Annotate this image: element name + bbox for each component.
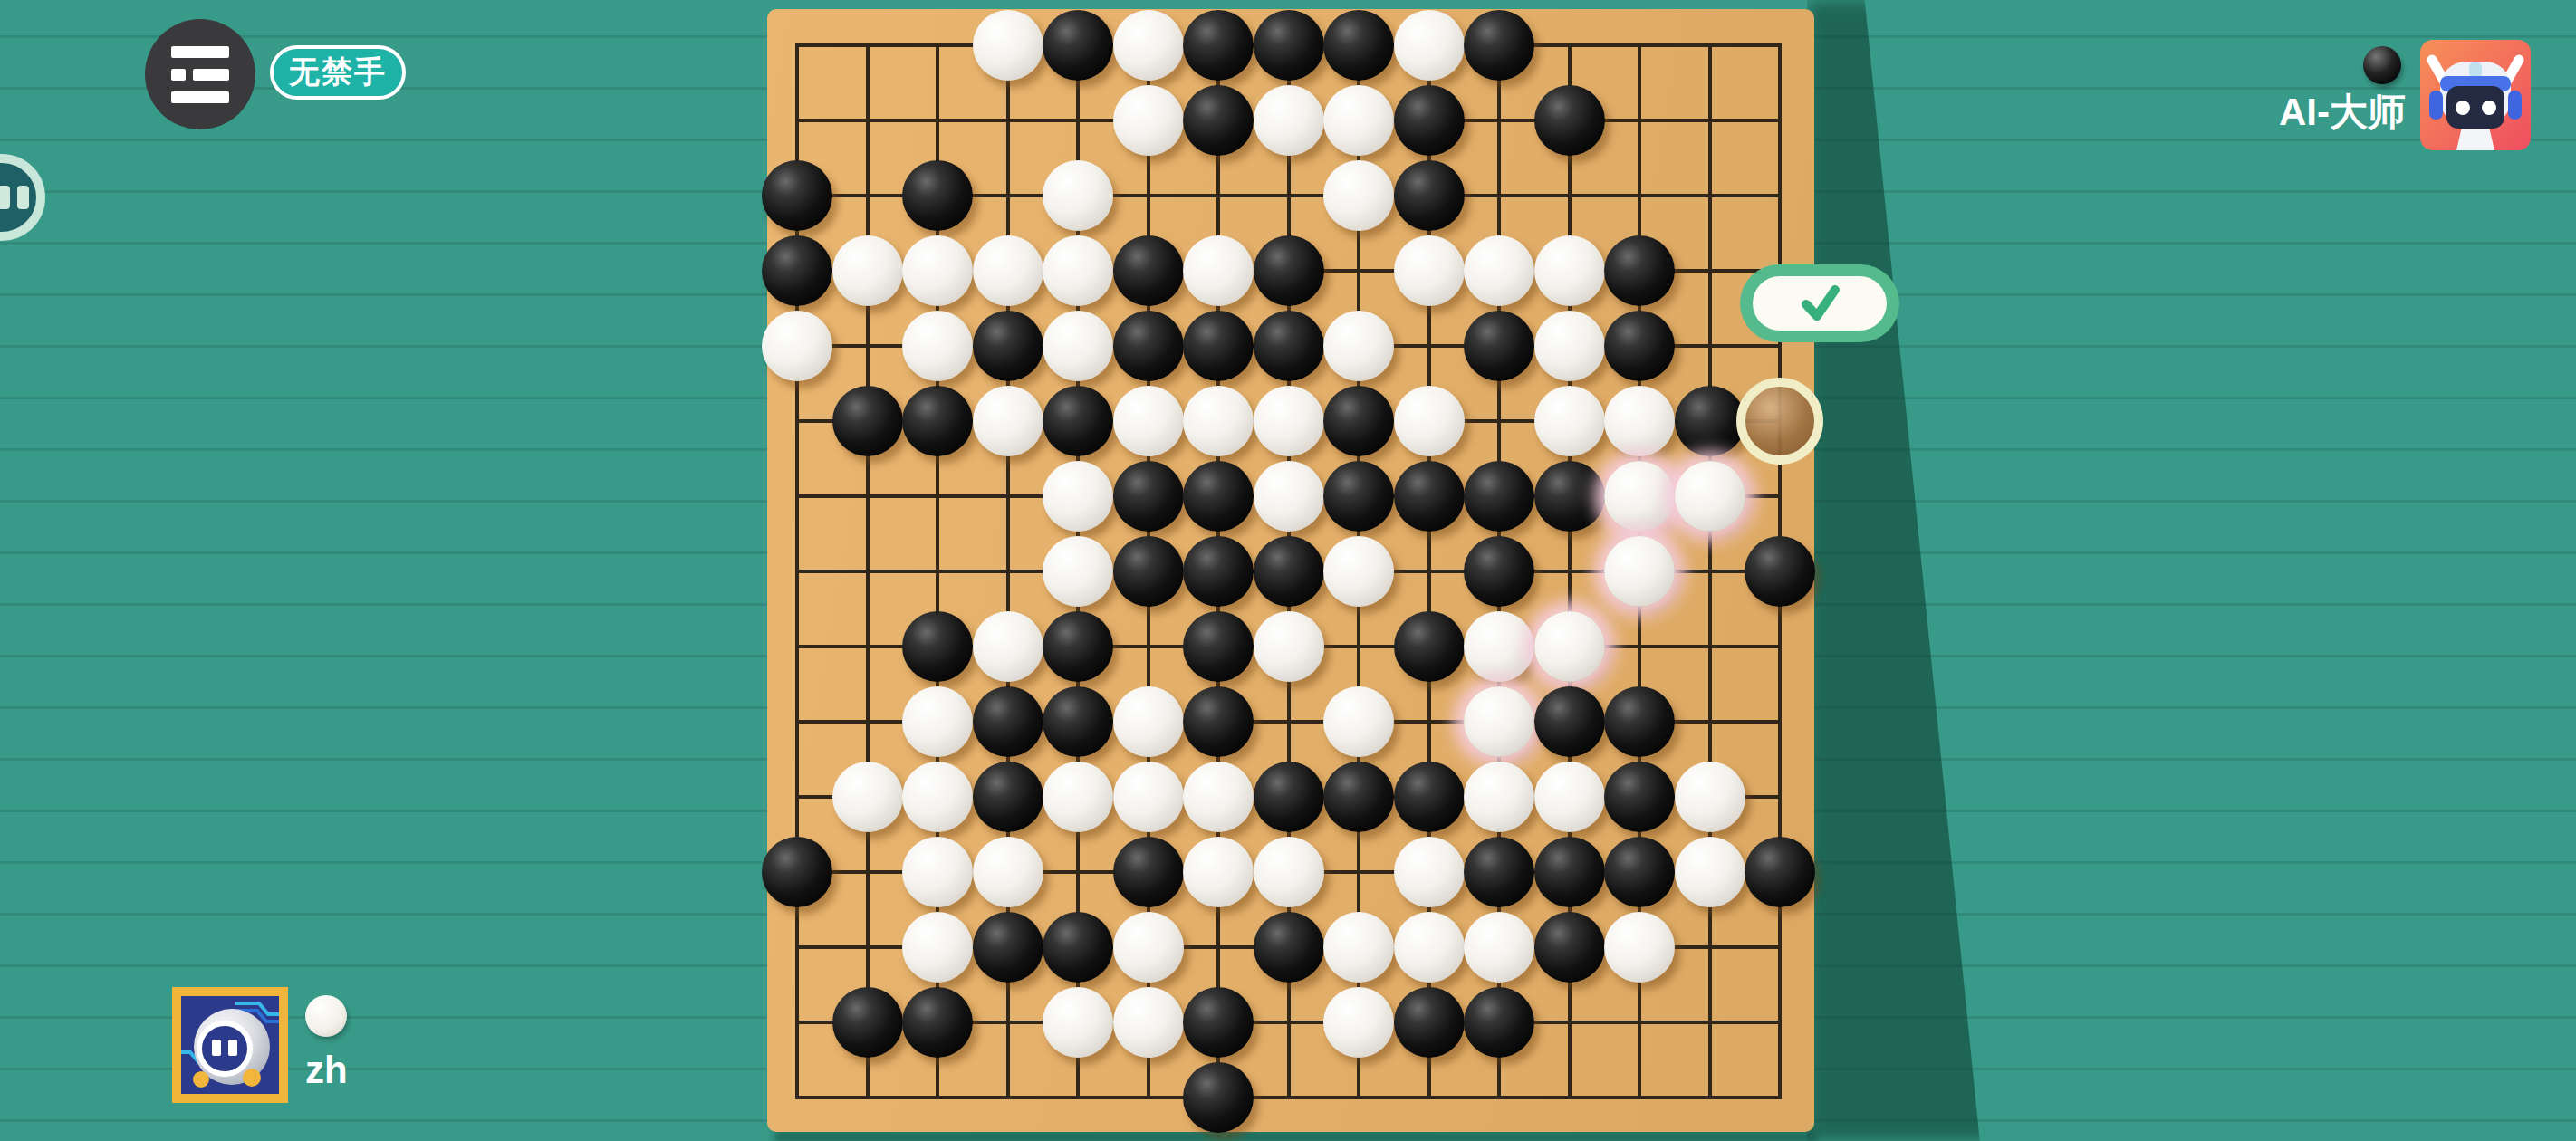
stone-black-9-2 <box>1394 160 1465 231</box>
stone-black-9-8 <box>1394 611 1465 682</box>
stone-white-12-12 <box>1604 912 1675 983</box>
stone-white-8-13 <box>1323 987 1394 1058</box>
stone-white-11-10 <box>1534 762 1605 832</box>
stone-white-4-10 <box>1043 762 1113 832</box>
stone-black-7-4 <box>1254 311 1324 381</box>
stone-white-5-12 <box>1113 912 1184 983</box>
stone-black-6-4 <box>1183 311 1254 381</box>
stone-white-6-11 <box>1183 837 1254 907</box>
player-white-stone-icon <box>305 995 347 1037</box>
stone-black-8-10 <box>1323 762 1394 832</box>
stone-black-7-10 <box>1254 762 1324 832</box>
stone-black-5-7 <box>1113 536 1184 607</box>
stone-white-2-10 <box>902 762 973 832</box>
stone-white-9-5 <box>1394 386 1465 456</box>
stone-black-2-2 <box>902 160 973 231</box>
gomoku-board[interactable] <box>767 9 1814 1132</box>
stone-black-5-3 <box>1113 235 1184 306</box>
stone-black-6-13 <box>1183 987 1254 1058</box>
stone-black-13-5 <box>1675 386 1745 456</box>
stone-black-3-9 <box>973 686 1043 757</box>
player-name: zh <box>305 1049 348 1092</box>
stone-white-9-11 <box>1394 837 1465 907</box>
stone-white-4-2 <box>1043 160 1113 231</box>
stone-white-2-9 <box>902 686 973 757</box>
stone-black-7-7 <box>1254 536 1324 607</box>
confirm-inner-pill <box>1753 276 1887 331</box>
stone-black-9-10 <box>1394 762 1465 832</box>
stone-black-9-13 <box>1394 987 1465 1058</box>
stone-black-9-6 <box>1394 461 1465 532</box>
hamburger-menu-icon <box>171 46 229 58</box>
stone-black-7-3 <box>1254 235 1324 306</box>
stone-black-4-8 <box>1043 611 1113 682</box>
stone-white-2-11 <box>902 837 973 907</box>
grid-line-v <box>1708 43 1712 1099</box>
stone-black-5-4 <box>1113 311 1184 381</box>
stone-black-3-10 <box>973 762 1043 832</box>
menu-button[interactable] <box>145 19 255 129</box>
stone-black-14-7 <box>1745 536 1815 607</box>
stone-white-3-5 <box>973 386 1043 456</box>
stone-black-0-2 <box>762 160 832 231</box>
stone-black-6-6 <box>1183 461 1254 532</box>
opponent-black-stone-icon <box>2363 46 2401 84</box>
stone-black-11-11 <box>1534 837 1605 907</box>
stone-black-2-13 <box>902 987 973 1058</box>
stone-white-10-8 <box>1464 611 1534 682</box>
rule-badge: 无禁手 <box>270 45 406 100</box>
stone-black-14-11 <box>1745 837 1815 907</box>
confirm-move-button[interactable] <box>1740 264 1899 342</box>
stone-white-6-3 <box>1183 235 1254 306</box>
pause-icon <box>0 186 10 209</box>
stone-white-8-4 <box>1323 311 1394 381</box>
stone-black-6-14 <box>1183 1062 1254 1133</box>
stone-white-3-3 <box>973 235 1043 306</box>
stone-white-7-11 <box>1254 837 1324 907</box>
stone-black-10-6 <box>1464 461 1534 532</box>
stone-white-4-6 <box>1043 461 1113 532</box>
stone-black-12-3 <box>1604 235 1675 306</box>
stone-black-6-0 <box>1183 10 1254 81</box>
stone-black-12-11 <box>1604 837 1675 907</box>
stone-white-7-8 <box>1254 611 1324 682</box>
drawer-handle-button[interactable] <box>0 154 45 241</box>
stone-white-2-12 <box>902 912 973 983</box>
stone-white-11-5 <box>1534 386 1605 456</box>
stone-white-13-11 <box>1675 837 1745 907</box>
stone-black-5-6 <box>1113 461 1184 532</box>
stone-white-13-10 <box>1675 762 1745 832</box>
stone-white-7-5 <box>1254 386 1324 456</box>
stone-black-12-4 <box>1604 311 1675 381</box>
stone-white-9-3 <box>1394 235 1465 306</box>
stone-white-8-12 <box>1323 912 1394 983</box>
player-avatar <box>172 987 288 1103</box>
stone-black-10-4 <box>1464 311 1534 381</box>
stone-white-0-4 <box>762 311 832 381</box>
stone-black-9-1 <box>1394 85 1465 156</box>
stone-black-11-12 <box>1534 912 1605 983</box>
stone-white-4-7 <box>1043 536 1113 607</box>
stone-white-9-12 <box>1394 912 1465 983</box>
stone-black-0-11 <box>762 837 832 907</box>
stone-black-11-9 <box>1534 686 1605 757</box>
stone-white-6-5 <box>1183 386 1254 456</box>
stone-black-8-0 <box>1323 10 1394 81</box>
stone-black-3-4 <box>973 311 1043 381</box>
stone-white-3-11 <box>973 837 1043 907</box>
stone-white-11-3 <box>1534 235 1605 306</box>
grid-line-h <box>795 1096 1782 1099</box>
stone-white-12-7 <box>1604 536 1675 607</box>
stone-white-3-0 <box>973 10 1043 81</box>
stone-white-3-8 <box>973 611 1043 682</box>
stone-white-5-5 <box>1113 386 1184 456</box>
stone-white-10-12 <box>1464 912 1534 983</box>
stone-white-9-0 <box>1394 10 1465 81</box>
stone-white-10-9 <box>1464 686 1534 757</box>
stone-black-1-5 <box>832 386 903 456</box>
stone-black-10-11 <box>1464 837 1534 907</box>
stone-white-11-4 <box>1534 311 1605 381</box>
sphere-robot-avatar-icon <box>181 996 279 1094</box>
stone-white-4-3 <box>1043 235 1113 306</box>
stone-white-7-6 <box>1254 461 1324 532</box>
stone-black-4-0 <box>1043 10 1113 81</box>
stone-white-12-6 <box>1604 461 1675 532</box>
stone-white-4-13 <box>1043 987 1113 1058</box>
stone-black-10-0 <box>1464 10 1534 81</box>
stone-black-6-9 <box>1183 686 1254 757</box>
stone-black-12-9 <box>1604 686 1675 757</box>
stone-white-8-9 <box>1323 686 1394 757</box>
checkmark-icon <box>1795 282 1844 325</box>
stone-white-5-1 <box>1113 85 1184 156</box>
stone-black-0-3 <box>762 235 832 306</box>
stone-black-8-6 <box>1323 461 1394 532</box>
stone-white-6-10 <box>1183 762 1254 832</box>
robot-avatar-icon <box>2420 40 2531 150</box>
stone-black-4-9 <box>1043 686 1113 757</box>
stone-black-11-6 <box>1534 461 1605 532</box>
stone-white-11-8 <box>1534 611 1605 682</box>
stone-white-5-10 <box>1113 762 1184 832</box>
stone-black-7-0 <box>1254 10 1324 81</box>
stone-black-4-5 <box>1043 386 1113 456</box>
stone-white-10-10 <box>1464 762 1534 832</box>
stone-black-2-8 <box>902 611 973 682</box>
stone-white-4-4 <box>1043 311 1113 381</box>
stone-white-7-1 <box>1254 85 1324 156</box>
stone-black-1-13 <box>832 987 903 1058</box>
stone-black-10-13 <box>1464 987 1534 1058</box>
stone-white-10-3 <box>1464 235 1534 306</box>
stone-white-2-3 <box>902 235 973 306</box>
stone-black-12-10 <box>1604 762 1675 832</box>
stone-white-2-4 <box>902 311 973 381</box>
stone-white-5-9 <box>1113 686 1184 757</box>
opponent-avatar <box>2420 40 2531 150</box>
stone-black-10-7 <box>1464 536 1534 607</box>
pending-move-marker <box>1736 378 1823 465</box>
stone-white-5-13 <box>1113 987 1184 1058</box>
stone-white-5-0 <box>1113 10 1184 81</box>
stone-white-8-2 <box>1323 160 1394 231</box>
stone-white-1-3 <box>832 235 903 306</box>
stone-black-11-1 <box>1534 85 1605 156</box>
stone-white-8-7 <box>1323 536 1394 607</box>
opponent-name: AI-大师 <box>2174 87 2406 138</box>
stone-black-8-5 <box>1323 386 1394 456</box>
stone-black-4-12 <box>1043 912 1113 983</box>
stone-black-6-8 <box>1183 611 1254 682</box>
stone-white-12-5 <box>1604 386 1675 456</box>
stone-black-3-12 <box>973 912 1043 983</box>
board-cast-shadow <box>1807 0 2287 1141</box>
stone-white-13-6 <box>1675 461 1745 532</box>
stone-black-6-7 <box>1183 536 1254 607</box>
stone-white-1-10 <box>832 762 903 832</box>
stone-white-8-1 <box>1323 85 1394 156</box>
stone-black-6-1 <box>1183 85 1254 156</box>
stone-black-7-12 <box>1254 912 1324 983</box>
stone-black-2-5 <box>902 386 973 456</box>
stone-black-5-11 <box>1113 837 1184 907</box>
